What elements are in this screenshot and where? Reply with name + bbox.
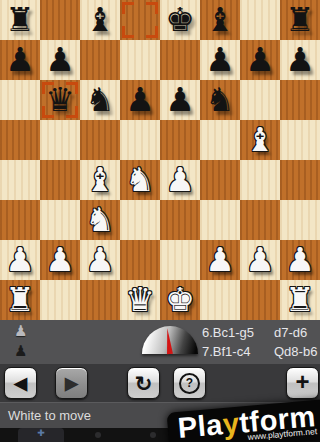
white-pawn-b2: ♟ <box>45 240 75 280</box>
forward-button[interactable]: ▶ <box>55 367 88 399</box>
square-a5[interactable] <box>0 120 40 160</box>
chess-app-window: ♜♝♚♝♜♟♟♟♟♟♛♞♟♟♞♝♝♞♟♞♟♟♟♟♟♟♜♛♚♜ ♟ ♟ 6.Bc1… <box>0 0 320 442</box>
square-e5[interactable] <box>160 120 200 160</box>
turn-indicator: White to move <box>8 408 91 423</box>
square-b7[interactable]: ♟ <box>40 40 80 80</box>
square-f3[interactable] <box>200 200 240 240</box>
square-f6[interactable]: ♞ <box>200 80 240 120</box>
captured-pieces-tray: ♟ ♟ <box>14 321 27 361</box>
square-c4[interactable]: ♝ <box>80 160 120 200</box>
white-queen-d1: ♛ <box>125 280 155 320</box>
white-pawn-e4: ♟ <box>165 160 195 200</box>
square-h3[interactable] <box>280 200 320 240</box>
square-e4[interactable]: ♟ <box>160 160 200 200</box>
square-b5[interactable] <box>40 120 80 160</box>
square-g6[interactable] <box>240 80 280 120</box>
square-g1[interactable] <box>240 280 280 320</box>
refresh-button[interactable]: ↻ <box>127 367 160 399</box>
move-white-7: 7.Bf1-c4 <box>202 344 270 363</box>
move-highlight-corner <box>122 26 134 38</box>
question-icon: ? <box>179 373 200 394</box>
captured-black-pawn-icon: ♟ <box>14 341 27 361</box>
square-c7[interactable] <box>80 40 120 80</box>
black-pawn-f7: ♟ <box>205 40 235 80</box>
tab-add-icon: ✚ <box>37 428 45 438</box>
black-bishop-f8: ♝ <box>205 0 235 40</box>
square-f7[interactable]: ♟ <box>200 40 240 80</box>
square-c8[interactable]: ♝ <box>80 0 120 40</box>
black-knight-c6: ♞ <box>85 80 115 120</box>
black-pawn-h7: ♟ <box>285 40 315 80</box>
square-f5[interactable] <box>200 120 240 160</box>
black-pawn-b7: ♟ <box>45 40 75 80</box>
square-h5[interactable] <box>280 120 320 160</box>
square-g4[interactable] <box>240 160 280 200</box>
square-a2[interactable]: ♟ <box>0 240 40 280</box>
evaluation-needle <box>164 328 173 354</box>
white-knight-c3: ♞ <box>85 200 115 240</box>
square-a1[interactable]: ♜ <box>0 280 40 320</box>
move-highlight-corner <box>146 2 158 14</box>
square-g8[interactable] <box>240 0 280 40</box>
square-h7[interactable]: ♟ <box>280 40 320 80</box>
square-a3[interactable] <box>0 200 40 240</box>
square-b2[interactable]: ♟ <box>40 240 80 280</box>
square-g2[interactable]: ♟ <box>240 240 280 280</box>
help-button[interactable]: ? <box>173 367 206 399</box>
square-f8[interactable]: ♝ <box>200 0 240 40</box>
black-king-e8: ♚ <box>165 0 195 40</box>
square-b4[interactable] <box>40 160 80 200</box>
square-e6[interactable]: ♟ <box>160 80 200 120</box>
square-d7[interactable] <box>120 40 160 80</box>
brand-pre: Pla <box>176 408 224 442</box>
move-highlight-corner <box>146 26 158 38</box>
square-a6[interactable] <box>0 80 40 120</box>
white-rook-h1: ♜ <box>285 280 315 320</box>
black-bishop-c8: ♝ <box>85 0 115 40</box>
tab-dot-icon[interactable] <box>95 432 101 438</box>
square-b6[interactable]: ♛ <box>40 80 80 120</box>
square-e7[interactable] <box>160 40 200 80</box>
plus-icon: + <box>295 370 309 394</box>
square-b8[interactable] <box>40 0 80 40</box>
back-icon: ◀ <box>14 375 27 392</box>
square-c1[interactable] <box>80 280 120 320</box>
square-c6[interactable]: ♞ <box>80 80 120 120</box>
move-black-7: Qd8-b6 <box>274 344 317 363</box>
move-black-6: d7-d6 <box>274 325 317 344</box>
move-list: 6.Bc1-g5 d7-d6 7.Bf1-c4 Qd8-b6 <box>202 325 317 363</box>
square-d4[interactable]: ♞ <box>120 160 160 200</box>
square-a4[interactable] <box>0 160 40 200</box>
move-white-6: 6.Bc1-g5 <box>202 325 270 344</box>
square-b1[interactable] <box>40 280 80 320</box>
black-pawn-d6: ♟ <box>125 80 155 120</box>
square-h8[interactable]: ♜ <box>280 0 320 40</box>
captured-white-pawn-icon: ♟ <box>14 321 27 341</box>
square-c3[interactable]: ♞ <box>80 200 120 240</box>
black-rook-a8: ♜ <box>5 0 35 40</box>
square-b3[interactable] <box>40 200 80 240</box>
white-pawn-f2: ♟ <box>205 240 235 280</box>
tab-selected[interactable]: ✚ <box>18 428 64 442</box>
info-panel: ♟ ♟ 6.Bc1-g5 d7-d6 7.Bf1-c4 Qd8-b6 <box>0 320 320 364</box>
add-button[interactable]: + <box>286 367 319 399</box>
forward-icon: ▶ <box>65 375 78 392</box>
square-d2[interactable] <box>120 240 160 280</box>
black-pawn-a7: ♟ <box>5 40 35 80</box>
white-pawn-a2: ♟ <box>5 240 35 280</box>
square-e1[interactable]: ♚ <box>160 280 200 320</box>
black-pawn-e6: ♟ <box>165 80 195 120</box>
white-bishop-g5: ♝ <box>245 120 275 160</box>
back-button[interactable]: ◀ <box>4 367 37 399</box>
square-a8[interactable]: ♜ <box>0 0 40 40</box>
white-pawn-c2: ♟ <box>85 240 115 280</box>
toolbar: ◀ ▶ ↻ ? + <box>0 364 320 402</box>
square-f4[interactable] <box>200 160 240 200</box>
square-h2[interactable]: ♟ <box>280 240 320 280</box>
square-c2[interactable]: ♟ <box>80 240 120 280</box>
white-bishop-c4: ♝ <box>85 160 115 200</box>
square-d8[interactable] <box>120 0 160 40</box>
square-a7[interactable]: ♟ <box>0 40 40 80</box>
white-king-e1: ♚ <box>165 280 195 320</box>
square-e8[interactable]: ♚ <box>160 0 200 40</box>
black-rook-h8: ♜ <box>285 0 315 40</box>
square-f2[interactable]: ♟ <box>200 240 240 280</box>
black-knight-f6: ♞ <box>205 80 235 120</box>
move-highlight-corner <box>122 2 134 14</box>
refresh-icon: ↻ <box>135 373 153 394</box>
square-g3[interactable] <box>240 200 280 240</box>
square-e3[interactable] <box>160 200 200 240</box>
chess-board: ♜♝♚♝♜♟♟♟♟♟♛♞♟♟♞♝♝♞♟♞♟♟♟♟♟♟♜♛♚♜ <box>0 0 320 320</box>
tab-dot2-icon[interactable] <box>150 432 156 438</box>
square-d3[interactable] <box>120 200 160 240</box>
square-g5[interactable]: ♝ <box>240 120 280 160</box>
square-h6[interactable] <box>280 80 320 120</box>
square-c5[interactable] <box>80 120 120 160</box>
square-d6[interactable]: ♟ <box>120 80 160 120</box>
white-rook-a1: ♜ <box>5 280 35 320</box>
square-h4[interactable] <box>280 160 320 200</box>
square-d5[interactable] <box>120 120 160 160</box>
square-e2[interactable] <box>160 240 200 280</box>
square-d1[interactable]: ♛ <box>120 280 160 320</box>
white-pawn-h2: ♟ <box>285 240 315 280</box>
black-queen-b6: ♛ <box>45 80 75 120</box>
black-pawn-g7: ♟ <box>245 40 275 80</box>
white-knight-d4: ♞ <box>125 160 155 200</box>
square-g7[interactable]: ♟ <box>240 40 280 80</box>
square-h1[interactable]: ♜ <box>280 280 320 320</box>
square-f1[interactable] <box>200 280 240 320</box>
white-pawn-g2: ♟ <box>245 240 275 280</box>
